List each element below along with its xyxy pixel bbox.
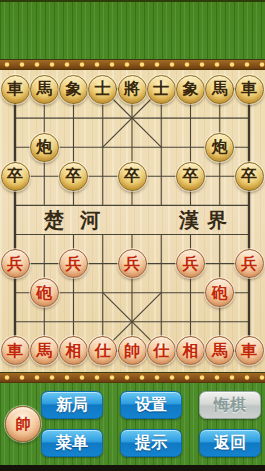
piece-black-chariot[interactable]: 車 — [1, 75, 30, 104]
piece-black-soldier[interactable]: 卒 — [59, 162, 88, 191]
piece-red-soldier[interactable]: 兵 — [1, 249, 30, 278]
piece-black-cannon[interactable]: 炮 — [205, 133, 234, 162]
piece-black-advisor[interactable]: 士 — [88, 75, 117, 104]
piece-red-elephant[interactable]: 相 — [59, 336, 88, 365]
piece-red-soldier[interactable]: 兵 — [59, 249, 88, 278]
piece-red-cannon[interactable]: 砲 — [30, 278, 59, 307]
piece-black-chariot[interactable]: 車 — [235, 75, 264, 104]
piece-black-soldier[interactable]: 卒 — [118, 162, 147, 191]
piece-red-chariot[interactable]: 車 — [1, 336, 30, 365]
piece-black-soldier[interactable]: 卒 — [1, 162, 30, 191]
piece-black-elephant[interactable]: 象 — [176, 75, 205, 104]
piece-black-horse[interactable]: 馬 — [205, 75, 234, 104]
piece-red-cannon[interactable]: 砲 — [205, 278, 234, 307]
piece-red-soldier[interactable]: 兵 — [118, 249, 147, 278]
piece-red-horse[interactable]: 馬 — [30, 336, 59, 365]
piece-red-soldier[interactable]: 兵 — [176, 249, 205, 278]
piece-red-advisor[interactable]: 仕 — [88, 336, 117, 365]
piece-red-soldier[interactable]: 兵 — [235, 249, 264, 278]
piece-black-advisor[interactable]: 士 — [147, 75, 176, 104]
xiangqi-board[interactable]: 車馬象士將士象馬車炮炮卒卒卒卒卒兵兵兵兵兵砲砲車馬相仕帥仕相馬車 — [0, 75, 263, 366]
turn-indicator-red-general: 帥 — [5, 406, 41, 442]
piece-black-soldier[interactable]: 卒 — [176, 162, 205, 191]
back-button[interactable]: 返回 — [199, 429, 261, 457]
piece-black-soldier[interactable]: 卒 — [235, 162, 264, 191]
bottom-dark-bar — [0, 465, 265, 471]
piece-red-chariot[interactable]: 車 — [235, 336, 264, 365]
menu-button[interactable]: 菜单 — [41, 429, 103, 457]
settings-button[interactable]: 设置 — [120, 391, 182, 419]
piece-black-general[interactable]: 將 — [118, 75, 147, 104]
xiangqi-app: 楚河 漢界 車馬象士將士象馬車炮炮卒卒卒卒卒兵兵兵兵兵砲砲車馬相仕帥仕相馬車 帥… — [0, 0, 265, 471]
piece-black-elephant[interactable]: 象 — [59, 75, 88, 104]
piece-red-advisor[interactable]: 仕 — [147, 336, 176, 365]
piece-red-general[interactable]: 帥 — [118, 336, 147, 365]
piece-red-elephant[interactable]: 相 — [176, 336, 205, 365]
piece-red-horse[interactable]: 馬 — [205, 336, 234, 365]
undo-button[interactable]: 悔棋 — [199, 391, 261, 419]
new-game-button[interactable]: 新局 — [41, 391, 103, 419]
hint-button[interactable]: 提示 — [120, 429, 182, 457]
piece-black-horse[interactable]: 馬 — [30, 75, 59, 104]
piece-black-cannon[interactable]: 炮 — [30, 133, 59, 162]
